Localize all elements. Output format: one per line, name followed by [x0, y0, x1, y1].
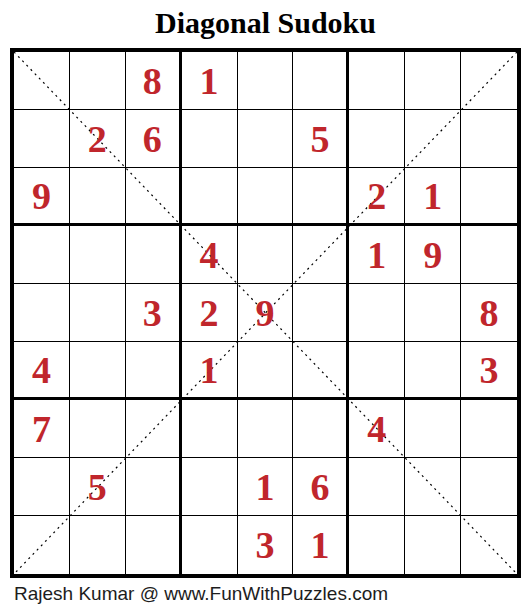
cell-r1c4[interactable]: 1 [182, 52, 238, 110]
attribution: Rajesh Kumar @ www.FunWithPuzzles.com [14, 583, 388, 605]
cell-r9c4[interactable] [182, 516, 238, 574]
cell-r1c8[interactable] [405, 52, 461, 110]
cell-r7c8[interactable] [405, 400, 461, 458]
sudoku-grid: 8126592141932984137451631 [14, 52, 517, 574]
cell-r3c4[interactable] [182, 168, 238, 226]
cell-r8c2[interactable]: 5 [70, 458, 126, 516]
cell-r5c6[interactable] [293, 284, 349, 342]
cell-r5c7[interactable] [349, 284, 405, 342]
cell-r4c5[interactable] [238, 226, 294, 284]
cell-r9c7[interactable] [349, 516, 405, 574]
cell-r4c4[interactable]: 4 [182, 226, 238, 284]
cell-r7c9[interactable] [461, 400, 517, 458]
cell-r1c1[interactable] [14, 52, 70, 110]
cell-r9c3[interactable] [126, 516, 182, 574]
cell-r6c6[interactable] [293, 342, 349, 400]
cell-r3c8[interactable]: 1 [405, 168, 461, 226]
cell-r1c3[interactable]: 8 [126, 52, 182, 110]
cell-r5c5[interactable]: 9 [238, 284, 294, 342]
cell-r9c8[interactable] [405, 516, 461, 574]
cell-r6c3[interactable] [126, 342, 182, 400]
cell-r7c5[interactable] [238, 400, 294, 458]
cell-r5c1[interactable] [14, 284, 70, 342]
cell-r7c4[interactable] [182, 400, 238, 458]
cell-r3c9[interactable] [461, 168, 517, 226]
cell-r1c2[interactable] [70, 52, 126, 110]
cell-r5c4[interactable]: 2 [182, 284, 238, 342]
cell-r8c5[interactable]: 1 [238, 458, 294, 516]
cell-r6c7[interactable] [349, 342, 405, 400]
cell-r2c6[interactable]: 5 [293, 110, 349, 168]
cell-r4c1[interactable] [14, 226, 70, 284]
cell-r8c8[interactable] [405, 458, 461, 516]
cell-r8c3[interactable] [126, 458, 182, 516]
cell-r1c9[interactable] [461, 52, 517, 110]
cell-r1c6[interactable] [293, 52, 349, 110]
cell-r3c3[interactable] [126, 168, 182, 226]
cell-r4c9[interactable] [461, 226, 517, 284]
cell-r7c3[interactable] [126, 400, 182, 458]
cell-r6c2[interactable] [70, 342, 126, 400]
cell-r5c9[interactable]: 8 [461, 284, 517, 342]
cell-r3c6[interactable] [293, 168, 349, 226]
cell-r8c1[interactable] [14, 458, 70, 516]
cell-r3c1[interactable]: 9 [14, 168, 70, 226]
cell-r9c2[interactable] [70, 516, 126, 574]
cell-r9c9[interactable] [461, 516, 517, 574]
cell-r1c5[interactable] [238, 52, 294, 110]
cell-r5c8[interactable] [405, 284, 461, 342]
cell-r6c5[interactable] [238, 342, 294, 400]
cell-r2c3[interactable]: 6 [126, 110, 182, 168]
cell-r4c8[interactable]: 9 [405, 226, 461, 284]
cell-r8c4[interactable] [182, 458, 238, 516]
cell-r2c7[interactable] [349, 110, 405, 168]
cell-r2c2[interactable]: 2 [70, 110, 126, 168]
cell-r6c1[interactable]: 4 [14, 342, 70, 400]
cell-r3c7[interactable]: 2 [349, 168, 405, 226]
cell-r2c1[interactable] [14, 110, 70, 168]
cell-r8c6[interactable]: 6 [293, 458, 349, 516]
cell-r4c6[interactable] [293, 226, 349, 284]
cell-r8c9[interactable] [461, 458, 517, 516]
cell-r5c2[interactable] [70, 284, 126, 342]
cell-r2c9[interactable] [461, 110, 517, 168]
cell-r7c2[interactable] [70, 400, 126, 458]
cell-r3c2[interactable] [70, 168, 126, 226]
cell-r6c8[interactable] [405, 342, 461, 400]
cell-r4c7[interactable]: 1 [349, 226, 405, 284]
sudoku-board: 8126592141932984137451631 [10, 48, 521, 578]
cell-r4c2[interactable] [70, 226, 126, 284]
cell-r9c1[interactable] [14, 516, 70, 574]
cell-r7c6[interactable] [293, 400, 349, 458]
cell-r6c4[interactable]: 1 [182, 342, 238, 400]
cell-r4c3[interactable] [126, 226, 182, 284]
cell-r2c5[interactable] [238, 110, 294, 168]
cell-r3c5[interactable] [238, 168, 294, 226]
cell-r6c9[interactable]: 3 [461, 342, 517, 400]
page-title: Diagonal Sudoku [0, 0, 531, 46]
cell-r2c4[interactable] [182, 110, 238, 168]
cell-r7c1[interactable]: 7 [14, 400, 70, 458]
cell-r8c7[interactable] [349, 458, 405, 516]
page: Diagonal Sudoku 812659214193298413745163… [0, 0, 531, 615]
cell-r1c7[interactable] [349, 52, 405, 110]
cell-r9c6[interactable]: 1 [293, 516, 349, 574]
cell-r9c5[interactable]: 3 [238, 516, 294, 574]
cell-r7c7[interactable]: 4 [349, 400, 405, 458]
cell-r5c3[interactable]: 3 [126, 284, 182, 342]
cell-r2c8[interactable] [405, 110, 461, 168]
